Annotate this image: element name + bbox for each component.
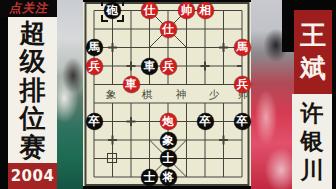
piece-black-卒: 卒 (234, 113, 251, 130)
piece-black-卒: 卒 (197, 113, 214, 130)
piece-red-仕: 仕 (160, 21, 177, 38)
corner-mask (282, 0, 294, 52)
player-black-name: 许银川 (301, 99, 324, 185)
xiangqi-board: 象棋神少帅砲仕帅相仕馬馬兵車兵車兵卒炮卒卒象士士将 (83, 2, 251, 186)
river-text-char: 少 (207, 88, 221, 102)
last-move-origin-marker (107, 153, 117, 163)
river-text-char: 神 (174, 88, 188, 102)
piece-red-車: 車 (123, 76, 140, 93)
year-label: 2004 (11, 167, 55, 185)
piece-black-馬: 馬 (86, 39, 103, 56)
follow-label: 点关注 (9, 0, 48, 17)
piece-red-兵: 兵 (234, 76, 251, 93)
event-title-panel: 超级排位赛 (8, 17, 57, 163)
river-text-char: 象 (104, 88, 118, 102)
event-title: 超级排位赛 (20, 19, 46, 162)
follow-banner: 点关注 (0, 0, 57, 17)
left-figure-photo (57, 0, 83, 189)
year-badge: 2004 (8, 163, 57, 189)
piece-black-士: 士 (160, 150, 177, 167)
piece-red-馬: 馬 (234, 39, 251, 56)
player-red-panel: 王斌 (294, 10, 332, 94)
piece-red-炮: 炮 (160, 113, 177, 130)
piece-black-車: 車 (141, 58, 158, 75)
player-red-name: 王斌 (300, 19, 326, 85)
piece-red-兵: 兵 (160, 58, 177, 75)
player-black-panel: 许银川 (292, 94, 332, 189)
piece-black-将: 将 (160, 169, 177, 186)
piece-red-相: 相 (197, 2, 214, 19)
piece-red-仕: 仕 (141, 2, 158, 19)
piece-black-砲: 砲 (104, 2, 121, 19)
river-text-char: 棋 (140, 88, 154, 102)
piece-black-士: 士 (141, 169, 158, 186)
piece-black-象: 象 (160, 132, 177, 149)
piece-red-兵: 兵 (86, 58, 103, 75)
piece-black-卒: 卒 (86, 113, 103, 130)
video-thumbnail: 点关注 超级排位赛 2004 (0, 0, 336, 189)
piece-red-帅: 帅 (178, 2, 195, 19)
